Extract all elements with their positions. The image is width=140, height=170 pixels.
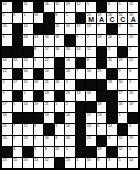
cell-number: 26 bbox=[66, 136, 70, 140]
letter-cell-r0c12[interactable]: 12 bbox=[128, 2, 138, 12]
cell-number: 8 bbox=[129, 69, 131, 73]
letter-cell-r5c0[interactable]: 14 bbox=[2, 58, 12, 68]
cell-number: 15 bbox=[129, 24, 133, 28]
cell-number: 21 bbox=[45, 102, 49, 106]
black-cell-r8c1 bbox=[13, 91, 23, 101]
cell-number: 1 bbox=[24, 13, 26, 17]
letter-cell-r14c12[interactable]: 14 bbox=[128, 158, 138, 168]
cell-number: 19 bbox=[13, 58, 17, 62]
cell-number: 12 bbox=[87, 47, 91, 51]
letter-cell-r8c4[interactable]: 13 bbox=[44, 91, 54, 101]
cell-letter: A bbox=[97, 16, 107, 23]
letter-cell-r13c4[interactable]: 8 bbox=[44, 147, 54, 157]
letter-cell-r12c1[interactable]: 7 bbox=[13, 136, 23, 146]
cell-number: 2 bbox=[129, 47, 131, 51]
letter-cell-r12c11[interactable]: 12 bbox=[118, 136, 128, 146]
cell-number: 19 bbox=[129, 102, 133, 106]
cell-number: 17 bbox=[87, 113, 91, 117]
letter-cell-r9c12[interactable]: 19 bbox=[128, 102, 138, 112]
cell-number: 1 bbox=[3, 80, 5, 84]
cell-number: 22 bbox=[87, 136, 91, 140]
letter-cell-r5c2[interactable]: 24 bbox=[23, 58, 33, 68]
letter-cell-r14c0[interactable]: 23 bbox=[2, 158, 12, 168]
letter-cell-r1c1[interactable]: 3 bbox=[13, 13, 23, 23]
letter-cell-r3c8[interactable]: 7 bbox=[86, 35, 96, 45]
letter-cell-r3c2[interactable]: 18 bbox=[23, 35, 33, 45]
cell-number: 26 bbox=[129, 91, 133, 95]
letter-cell-r6c8[interactable]: 16 bbox=[86, 69, 96, 79]
cell-letter: M bbox=[86, 16, 96, 23]
letter-cell-r4c4[interactable]: 17 bbox=[44, 47, 54, 57]
letter-cell-r1c9[interactable]: 19A bbox=[97, 13, 107, 23]
black-cell-r0c1 bbox=[13, 2, 23, 12]
cell-number: 14 bbox=[34, 158, 38, 162]
cell-number: 2 bbox=[108, 136, 110, 140]
cell-number: 4 bbox=[129, 124, 131, 128]
letter-cell-r3c5[interactable]: 18 bbox=[55, 35, 65, 45]
letter-cell-r14c7[interactable]: 1 bbox=[76, 158, 86, 168]
cell-number: 2 bbox=[66, 102, 68, 106]
letter-cell-r5c12[interactable]: 22 bbox=[128, 58, 138, 68]
black-cell-r10c1 bbox=[13, 113, 23, 123]
cell-number: 23 bbox=[97, 113, 101, 117]
black-cell-r5c7 bbox=[76, 58, 86, 68]
cell-letter: C bbox=[118, 16, 128, 23]
cell-number: 9 bbox=[76, 35, 78, 39]
cell-number: 20 bbox=[129, 35, 133, 39]
letter-cell-r11c5[interactable]: 1 bbox=[55, 124, 65, 134]
letter-cell-r2c11[interactable]: 2 bbox=[118, 24, 128, 34]
cell-number: 1 bbox=[3, 35, 5, 39]
black-cell-r10c5 bbox=[55, 113, 65, 123]
letter-cell-r6c11[interactable]: 9 bbox=[118, 69, 128, 79]
letter-cell-r5c11[interactable]: 19 bbox=[118, 58, 128, 68]
letter-cell-r0c8[interactable]: 5 bbox=[86, 2, 96, 12]
black-cell-r4c9 bbox=[97, 47, 107, 57]
black-cell-r4c2 bbox=[23, 47, 33, 57]
cell-number: 1 bbox=[118, 113, 120, 117]
cell-number: 13 bbox=[45, 113, 49, 117]
black-cell-r6c1 bbox=[13, 69, 23, 79]
cell-number: 18 bbox=[3, 113, 7, 117]
letter-cell-r9c11[interactable]: 16 bbox=[118, 102, 128, 112]
black-cell-r2c3 bbox=[34, 24, 44, 34]
black-cell-r3c1 bbox=[13, 35, 23, 45]
black-cell-r13c10 bbox=[107, 147, 117, 157]
letter-cell-r8c12[interactable]: 26 bbox=[128, 91, 138, 101]
letter-cell-r9c1[interactable]: 5 bbox=[13, 102, 23, 112]
cell-number: 16 bbox=[45, 35, 49, 39]
letter-cell-r12c10[interactable]: 2 bbox=[107, 136, 117, 146]
letter-cell-r11c3[interactable]: 8 bbox=[34, 124, 44, 134]
letter-cell-r6c2[interactable]: 16 bbox=[23, 69, 33, 79]
black-cell-r5c5 bbox=[55, 58, 65, 68]
black-cell-r11c11 bbox=[118, 124, 128, 134]
letter-cell-r5c1[interactable]: 19 bbox=[13, 58, 23, 68]
cell-number: 5 bbox=[13, 102, 15, 106]
letter-cell-r12c3[interactable]: 1 bbox=[34, 136, 44, 146]
letter-cell-r14c3[interactable]: 14 bbox=[34, 158, 44, 168]
letter-cell-r11c12[interactable]: 4 bbox=[128, 124, 138, 134]
black-cell-r0c9 bbox=[97, 2, 107, 12]
cell-number: 1 bbox=[24, 91, 26, 95]
letter-cell-r3c10[interactable]: 26 bbox=[107, 35, 117, 45]
cell-number: 18 bbox=[55, 47, 59, 51]
letter-cell-r4c7[interactable]: 13 bbox=[76, 47, 86, 57]
cell-number: 1 bbox=[34, 58, 36, 62]
letter-cell-r3c0[interactable]: 1 bbox=[2, 35, 12, 45]
letter-cell-r12c0[interactable]: 20 bbox=[2, 136, 12, 146]
letter-cell-r3c12[interactable]: 20 bbox=[128, 35, 138, 45]
letter-cell-r5c6[interactable]: 18 bbox=[65, 58, 75, 68]
cell-number: 8 bbox=[45, 147, 47, 151]
letter-cell-r9c5[interactable]: 1 bbox=[55, 102, 65, 112]
letter-cell-r3c7[interactable]: 9 bbox=[76, 35, 86, 45]
cell-number: 6 bbox=[97, 124, 99, 128]
cell-number: 1 bbox=[34, 136, 36, 140]
cell-letter: A bbox=[128, 16, 138, 23]
letter-cell-r1c10[interactable]: 16C bbox=[107, 13, 117, 23]
black-cell-r13c2 bbox=[23, 147, 33, 157]
black-cell-r5c9 bbox=[97, 58, 107, 68]
cell-number: 19 bbox=[34, 35, 38, 39]
letter-cell-r7c4[interactable]: 21 bbox=[44, 80, 54, 90]
cell-number: 16 bbox=[118, 102, 122, 106]
cell-number: 23 bbox=[66, 91, 70, 95]
cell-number: 6 bbox=[108, 2, 110, 6]
cell-number: 12 bbox=[129, 2, 133, 6]
letter-cell-r3c9[interactable]: 18 bbox=[97, 35, 107, 45]
cell-number: 16 bbox=[66, 69, 70, 73]
cell-number: 5 bbox=[3, 13, 5, 17]
letter-cell-r12c12[interactable]: 19 bbox=[128, 136, 138, 146]
letter-cell-r11c10[interactable]: 24 bbox=[107, 124, 117, 134]
cell-number: 4 bbox=[13, 147, 15, 151]
black-cell-r13c8 bbox=[86, 147, 96, 157]
letter-cell-r10c8[interactable]: 17 bbox=[86, 113, 96, 123]
letter-cell-r3c11[interactable]: 1 bbox=[118, 35, 128, 45]
letter-cell-r7c2[interactable]: 15 bbox=[23, 80, 33, 90]
letter-cell-r9c4[interactable]: 21 bbox=[44, 102, 54, 112]
letter-cell-r2c2[interactable]: 14 bbox=[23, 24, 33, 34]
black-cell-r7c7 bbox=[76, 80, 86, 90]
letter-cell-r11c8[interactable]: 13 bbox=[86, 124, 96, 134]
cell-number: 1 bbox=[55, 102, 57, 106]
letter-cell-r9c6[interactable]: 2 bbox=[65, 102, 75, 112]
cell-number: 5 bbox=[118, 2, 120, 6]
letter-cell-r1c2[interactable]: 1 bbox=[23, 13, 33, 23]
letter-cell-r10c4[interactable]: 13 bbox=[44, 113, 54, 123]
cell-number: 16 bbox=[87, 69, 91, 73]
letter-cell-r8c2[interactable]: 1 bbox=[23, 91, 33, 101]
cell-number: 1 bbox=[118, 35, 120, 39]
letter-cell-r10c11[interactable]: 1 bbox=[118, 113, 128, 123]
cell-number: 7 bbox=[13, 136, 15, 140]
letter-cell-r8c7[interactable]: 13 bbox=[76, 91, 86, 101]
black-cell-r8c9 bbox=[97, 91, 107, 101]
black-cell-r4c11 bbox=[118, 47, 128, 57]
cell-number: 19 bbox=[34, 102, 38, 106]
cell-number: 2 bbox=[108, 47, 110, 51]
cell-number: 18 bbox=[55, 35, 59, 39]
cell-number: 12 bbox=[3, 69, 7, 73]
letter-cell-r4c12[interactable]: 2 bbox=[128, 47, 138, 57]
letter-cell-r2c5[interactable]: 21 bbox=[55, 24, 65, 34]
cell-number: 3 bbox=[13, 13, 15, 17]
black-cell-r7c8 bbox=[86, 80, 96, 90]
black-cell-r10c7 bbox=[76, 113, 86, 123]
letter-cell-r1c5[interactable]: 8 bbox=[55, 13, 65, 23]
letter-cell-r12c5[interactable]: 8 bbox=[55, 136, 65, 146]
cell-number: 26 bbox=[55, 80, 59, 84]
letter-cell-r7c0[interactable]: 1 bbox=[2, 80, 12, 90]
cell-number: 14 bbox=[45, 69, 49, 73]
letter-cell-r1c3[interactable]: 16 bbox=[34, 13, 44, 23]
cell-number: 8 bbox=[55, 136, 57, 140]
letter-cell-r8c6[interactable]: 23 bbox=[65, 91, 75, 101]
letter-cell-r13c9[interactable]: 18 bbox=[97, 147, 107, 157]
letter-cell-r8c11[interactable]: 17 bbox=[118, 91, 128, 101]
letter-cell-r11c0[interactable]: 25 bbox=[2, 124, 12, 134]
letter-cell-r10c6[interactable]: 16 bbox=[65, 113, 75, 123]
cell-number: 17 bbox=[45, 47, 49, 51]
letter-cell-r6c6[interactable]: 16 bbox=[65, 69, 75, 79]
letter-cell-r7c5[interactable]: 26 bbox=[55, 80, 65, 90]
cell-number: 26 bbox=[108, 35, 112, 39]
cell-number: 19 bbox=[66, 24, 70, 28]
letter-cell-r13c5[interactable]: 20 bbox=[55, 147, 65, 157]
black-cell-r4c0 bbox=[2, 47, 12, 57]
cell-number: 10 bbox=[13, 158, 17, 162]
black-cell-r8c5 bbox=[55, 91, 65, 101]
letter-cell-r14c9[interactable]: 8 bbox=[97, 158, 107, 168]
letter-cell-r4c6[interactable]: 26 bbox=[65, 47, 75, 57]
black-cell-r2c4 bbox=[44, 24, 54, 34]
black-cell-r14c5 bbox=[55, 158, 65, 168]
black-cell-r8c10 bbox=[107, 91, 117, 101]
cell-number: 20 bbox=[3, 24, 7, 28]
letter-cell-r2c7[interactable]: 17 bbox=[76, 24, 86, 34]
letter-cell-r7c6[interactable]: 1 bbox=[65, 80, 75, 90]
cell-number: 22 bbox=[45, 58, 49, 62]
letter-cell-r2c8[interactable]: 13 bbox=[86, 24, 96, 34]
cell-number: 3 bbox=[108, 158, 110, 162]
letter-cell-r1c12[interactable]: 19A bbox=[128, 13, 138, 23]
cell-number: 22 bbox=[129, 58, 133, 62]
letter-cell-r14c8[interactable]: 15 bbox=[86, 158, 96, 168]
letter-cell-r1c0[interactable]: 5 bbox=[2, 13, 12, 23]
letter-cell-r3c3[interactable]: 19 bbox=[34, 35, 44, 45]
cell-number: 16 bbox=[24, 69, 28, 73]
letter-cell-r6c12[interactable]: 8 bbox=[128, 69, 138, 79]
letter-cell-r10c9[interactable]: 23 bbox=[97, 113, 107, 123]
letter-cell-r8c8[interactable]: 16 bbox=[86, 91, 96, 101]
letter-cell-r2c0[interactable]: 20 bbox=[2, 24, 12, 34]
cell-number: 8 bbox=[55, 13, 57, 17]
letter-cell-r1c6[interactable]: 1 bbox=[65, 13, 75, 23]
letter-cell-r5c4[interactable]: 22 bbox=[44, 58, 54, 68]
letter-cell-r4c8[interactable]: 12 bbox=[86, 47, 96, 57]
cell-number: 8 bbox=[97, 158, 99, 162]
letter-cell-r14c1[interactable]: 10 bbox=[13, 158, 23, 168]
cell-number: 1 bbox=[129, 80, 131, 84]
cell-number: 2 bbox=[118, 24, 120, 28]
letter-cell-r6c9[interactable]: 25 bbox=[97, 69, 107, 79]
cell-number: 13 bbox=[45, 91, 49, 95]
letter-cell-r2c9[interactable]: 7 bbox=[97, 24, 107, 34]
cell-number: 25 bbox=[3, 124, 7, 128]
letter-cell-r1c8[interactable]: 21M bbox=[86, 13, 96, 23]
cell-number: 14 bbox=[3, 58, 7, 62]
cell-number: 23 bbox=[3, 158, 7, 162]
cell-number: 13 bbox=[87, 24, 91, 28]
letter-cell-r5c10[interactable]: 15 bbox=[107, 58, 117, 68]
cell-number: 10 bbox=[118, 80, 122, 84]
cell-number: 18 bbox=[97, 102, 101, 106]
cell-number: 15 bbox=[24, 80, 28, 84]
cell-number: 14 bbox=[24, 24, 28, 28]
letter-cell-r7c10[interactable]: 23 bbox=[107, 80, 117, 90]
cell-number: 7 bbox=[76, 69, 78, 73]
black-cell-r4c1 bbox=[13, 47, 23, 57]
letter-cell-r0c2[interactable]: 11 bbox=[23, 2, 33, 12]
black-cell-r9c7 bbox=[76, 102, 86, 112]
letter-cell-r2c6[interactable]: 19 bbox=[65, 24, 75, 34]
cell-letter: C bbox=[107, 16, 117, 23]
cell-number: 17 bbox=[3, 102, 7, 106]
cell-number: 16 bbox=[45, 136, 49, 140]
cell-number: 13 bbox=[76, 47, 80, 51]
cell-number: 20 bbox=[24, 158, 28, 162]
cell-number: 24 bbox=[24, 58, 28, 62]
letter-cell-r0c6[interactable]: 19 bbox=[65, 2, 75, 12]
cell-number: 5 bbox=[87, 2, 89, 6]
letter-cell-r12c6[interactable]: 26 bbox=[65, 136, 75, 146]
black-cell-r1c4 bbox=[44, 13, 54, 23]
letter-cell-r10c0[interactable]: 18 bbox=[2, 113, 12, 123]
letter-cell-r4c3[interactable]: 8 bbox=[34, 47, 44, 57]
letter-cell-r14c6[interactable]: 23 bbox=[65, 158, 75, 168]
letter-cell-r0c11[interactable]: 5 bbox=[118, 2, 128, 12]
letter-cell-r12c4[interactable]: 16 bbox=[44, 136, 54, 146]
letter-cell-r13c6[interactable]: 1 bbox=[65, 147, 75, 157]
cell-number: 23 bbox=[24, 136, 28, 140]
cell-number: 11 bbox=[24, 2, 28, 6]
cell-number: 16 bbox=[34, 13, 38, 17]
black-cell-r0c3 bbox=[34, 2, 44, 12]
letter-cell-r9c9[interactable]: 18 bbox=[97, 102, 107, 112]
cell-number: 15 bbox=[108, 58, 112, 62]
letter-cell-r7c1[interactable]: 17 bbox=[13, 80, 23, 90]
letter-cell-r0c0[interactable]: 10 bbox=[2, 2, 12, 12]
letter-cell-r2c12[interactable]: 15 bbox=[128, 24, 138, 34]
letter-cell-r4c5[interactable]: 18 bbox=[55, 47, 65, 57]
black-cell-r13c0 bbox=[2, 147, 12, 157]
black-cell-r10c12 bbox=[128, 113, 138, 123]
cell-number: 12 bbox=[55, 2, 59, 6]
cell-number: 7 bbox=[97, 24, 99, 28]
cell-number: 20 bbox=[3, 136, 7, 140]
black-cell-r12c7 bbox=[76, 136, 86, 146]
cell-number: 14 bbox=[24, 102, 28, 106]
letter-cell-r9c3[interactable]: 19 bbox=[34, 102, 44, 112]
letter-cell-r9c0[interactable]: 17 bbox=[2, 102, 12, 112]
letter-cell-r7c12[interactable]: 1 bbox=[128, 80, 138, 90]
letter-cell-r4c10[interactable]: 2 bbox=[107, 47, 117, 57]
cell-number: 18 bbox=[24, 35, 28, 39]
letter-cell-r7c3[interactable]: 19 bbox=[34, 80, 44, 90]
black-cell-r6c3 bbox=[34, 69, 44, 79]
letter-cell-r13c3[interactable]: 3 bbox=[34, 147, 44, 157]
letter-cell-r0c7[interactable]: 12 bbox=[76, 2, 86, 12]
black-cell-r11c7 bbox=[76, 124, 86, 134]
cell-number: 12 bbox=[45, 158, 49, 162]
cell-number: 19 bbox=[66, 2, 70, 6]
letter-cell-r6c4[interactable]: 14 bbox=[44, 69, 54, 79]
letter-cell-r0c10[interactable]: 6 bbox=[107, 2, 117, 12]
letter-cell-r11c9[interactable]: 6 bbox=[97, 124, 107, 134]
cell-number: 13 bbox=[76, 91, 80, 95]
letter-cell-r3c4[interactable]: 16 bbox=[44, 35, 54, 45]
letter-cell-r5c8[interactable]: 8 bbox=[86, 58, 96, 68]
letter-cell-r6c0[interactable]: 12 bbox=[2, 69, 12, 79]
letter-cell-r13c1[interactable]: 4 bbox=[13, 147, 23, 157]
cell-number: 19 bbox=[34, 80, 38, 84]
letter-cell-r12c8[interactable]: 22 bbox=[86, 136, 96, 146]
letter-cell-r9c2[interactable]: 14 bbox=[23, 102, 33, 112]
letter-cell-r8c0[interactable]: 9 bbox=[2, 91, 12, 101]
black-cell-r11c4 bbox=[44, 124, 54, 134]
cell-number: 17 bbox=[118, 91, 122, 95]
cell-number: 9 bbox=[3, 91, 5, 95]
cell-number: 12 bbox=[118, 136, 122, 140]
letter-cell-r14c10[interactable]: 3 bbox=[107, 158, 117, 168]
cell-number: 12 bbox=[76, 2, 80, 6]
black-cell-r2c10 bbox=[107, 24, 117, 34]
letter-cell-r12c2[interactable]: 23 bbox=[23, 136, 33, 146]
cell-number: 1 bbox=[55, 124, 57, 128]
letter-cell-r0c5[interactable]: 12 bbox=[55, 2, 65, 12]
cell-number: 20 bbox=[55, 147, 59, 151]
letter-cell-r1c11[interactable]: 16C bbox=[118, 13, 128, 23]
cell-number: 8 bbox=[34, 124, 36, 128]
cell-number: 15 bbox=[87, 158, 91, 162]
letter-cell-r14c2[interactable]: 20 bbox=[23, 158, 33, 168]
black-cell-r9c10 bbox=[107, 102, 117, 112]
cell-number: 24 bbox=[108, 124, 112, 128]
letter-cell-r11c2[interactable]: 12 bbox=[23, 124, 33, 134]
black-cell-r12c9 bbox=[97, 136, 107, 146]
letter-cell-r13c12[interactable]: 1 bbox=[128, 147, 138, 157]
cell-number: 9 bbox=[118, 69, 120, 73]
black-cell-r6c5 bbox=[55, 69, 65, 79]
black-cell-r10c3 bbox=[34, 113, 44, 123]
cell-number: 3 bbox=[34, 147, 36, 151]
letter-cell-r14c4[interactable]: 12 bbox=[44, 158, 54, 168]
letter-cell-r5c3[interactable]: 1 bbox=[34, 58, 44, 68]
letter-cell-r6c7[interactable]: 7 bbox=[76, 69, 86, 79]
letter-cell-r14c11[interactable]: 5 bbox=[118, 158, 128, 168]
letter-cell-r7c11[interactable]: 10 bbox=[118, 80, 128, 90]
cell-number: 17 bbox=[13, 80, 17, 84]
black-cell-r6c10 bbox=[107, 69, 117, 79]
letter-cell-r0c4[interactable]: 16 bbox=[44, 2, 54, 12]
black-cell-r9c8 bbox=[86, 102, 96, 112]
cell-number: 19 bbox=[118, 58, 122, 62]
letter-cell-r11c6[interactable]: 16 bbox=[65, 124, 75, 134]
letter-cell-r13c11[interactable]: 10 bbox=[118, 147, 128, 157]
letter-cell-r11c1[interactable]: 7 bbox=[13, 124, 23, 134]
